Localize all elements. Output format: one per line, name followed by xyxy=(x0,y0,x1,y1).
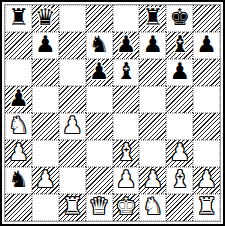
square-d2[interactable] xyxy=(86,167,113,194)
square-a1[interactable] xyxy=(5,194,32,221)
square-c5[interactable] xyxy=(59,86,86,113)
white-knight: ♞ xyxy=(8,114,29,137)
square-c4[interactable]: ♟ xyxy=(59,113,86,140)
white-pawn: ♟ xyxy=(116,168,137,191)
square-h1[interactable]: ♜ xyxy=(193,194,220,221)
black-pawn: ♟ xyxy=(8,87,29,110)
square-h5[interactable] xyxy=(193,86,220,113)
white-knight: ♞ xyxy=(143,195,164,218)
square-d5[interactable] xyxy=(86,86,113,113)
square-d8[interactable] xyxy=(86,5,113,32)
square-a7[interactable] xyxy=(5,32,32,59)
white-king: ♚ xyxy=(116,195,137,218)
white-queen: ♛ xyxy=(89,195,110,218)
white-pawn: ♟ xyxy=(143,168,164,191)
square-g7[interactable]: ♝ xyxy=(166,32,193,59)
square-h6[interactable] xyxy=(193,59,220,86)
square-a8[interactable]: ♜ xyxy=(5,5,32,32)
square-b5[interactable] xyxy=(32,86,59,113)
square-d6[interactable]: ♟ xyxy=(86,59,113,86)
chess-board: ♜♛♜♚♟♞♟♟♝♟♟♝♟♟♞♟♟♝♟♞♟♟♟♝♟♜♛♚♞♜ xyxy=(4,4,221,222)
black-rook: ♜ xyxy=(143,6,164,29)
white-bishop: ♝ xyxy=(169,168,190,191)
square-g1[interactable] xyxy=(166,194,193,221)
white-pawn: ♟ xyxy=(8,141,29,164)
white-rook: ♜ xyxy=(196,195,217,218)
square-e4[interactable] xyxy=(113,113,140,140)
square-b2[interactable]: ♟ xyxy=(32,167,59,194)
square-e7[interactable]: ♟ xyxy=(113,32,140,59)
square-e1[interactable]: ♚ xyxy=(113,194,140,221)
square-f4[interactable] xyxy=(139,113,166,140)
square-e8[interactable] xyxy=(113,5,140,32)
black-king: ♚ xyxy=(169,6,190,29)
square-g2[interactable]: ♝ xyxy=(166,167,193,194)
black-pawn: ♟ xyxy=(169,60,190,83)
square-e6[interactable]: ♝ xyxy=(113,59,140,86)
white-pawn: ♟ xyxy=(62,114,83,137)
square-d1[interactable]: ♛ xyxy=(86,194,113,221)
square-g4[interactable] xyxy=(166,113,193,140)
black-pawn: ♟ xyxy=(143,33,164,56)
square-c7[interactable] xyxy=(59,32,86,59)
square-c6[interactable] xyxy=(59,59,86,86)
square-h7[interactable]: ♟ xyxy=(193,32,220,59)
square-f5[interactable] xyxy=(139,86,166,113)
square-d7[interactable]: ♞ xyxy=(86,32,113,59)
white-bishop: ♝ xyxy=(116,141,137,164)
square-h3[interactable] xyxy=(193,140,220,167)
black-knight: ♞ xyxy=(89,33,110,56)
black-queen: ♛ xyxy=(35,6,56,29)
square-d4[interactable] xyxy=(86,113,113,140)
square-f8[interactable]: ♜ xyxy=(139,5,166,32)
square-a3[interactable]: ♟ xyxy=(5,140,32,167)
square-b8[interactable]: ♛ xyxy=(32,5,59,32)
square-h2[interactable]: ♟ xyxy=(193,167,220,194)
square-c2[interactable] xyxy=(59,167,86,194)
board-frame: ♜♛♜♚♟♞♟♟♝♟♟♝♟♟♞♟♟♝♟♞♟♟♟♝♟♜♛♚♞♜ xyxy=(0,0,225,226)
square-b6[interactable] xyxy=(32,59,59,86)
square-e2[interactable]: ♟ xyxy=(113,167,140,194)
square-f6[interactable] xyxy=(139,59,166,86)
black-bishop: ♝ xyxy=(116,60,137,83)
square-g6[interactable]: ♟ xyxy=(166,59,193,86)
square-f3[interactable] xyxy=(139,140,166,167)
square-b4[interactable] xyxy=(32,113,59,140)
white-pawn: ♟ xyxy=(169,141,190,164)
black-pawn: ♟ xyxy=(196,33,217,56)
square-h4[interactable] xyxy=(193,113,220,140)
square-c1[interactable]: ♜ xyxy=(59,194,86,221)
square-b1[interactable] xyxy=(32,194,59,221)
square-f1[interactable]: ♞ xyxy=(139,194,166,221)
white-rook: ♜ xyxy=(62,195,83,218)
square-b7[interactable]: ♟ xyxy=(32,32,59,59)
black-pawn: ♟ xyxy=(35,33,56,56)
square-g3[interactable]: ♟ xyxy=(166,140,193,167)
black-knight: ♞ xyxy=(8,168,29,191)
square-a4[interactable]: ♞ xyxy=(5,113,32,140)
black-rook: ♜ xyxy=(8,6,29,29)
square-a2[interactable]: ♞ xyxy=(5,167,32,194)
square-g5[interactable] xyxy=(166,86,193,113)
square-b3[interactable] xyxy=(32,140,59,167)
square-c8[interactable] xyxy=(59,5,86,32)
square-a5[interactable]: ♟ xyxy=(5,86,32,113)
black-pawn: ♟ xyxy=(89,60,110,83)
square-g8[interactable]: ♚ xyxy=(166,5,193,32)
square-f2[interactable]: ♟ xyxy=(139,167,166,194)
square-e3[interactable]: ♝ xyxy=(113,140,140,167)
square-e5[interactable] xyxy=(113,86,140,113)
white-pawn: ♟ xyxy=(196,168,217,191)
square-a6[interactable] xyxy=(5,59,32,86)
black-pawn: ♟ xyxy=(116,33,137,56)
square-c3[interactable] xyxy=(59,140,86,167)
square-h8[interactable] xyxy=(193,5,220,32)
square-f7[interactable]: ♟ xyxy=(139,32,166,59)
black-bishop: ♝ xyxy=(169,33,190,56)
white-pawn: ♟ xyxy=(35,168,56,191)
square-d3[interactable] xyxy=(86,140,113,167)
